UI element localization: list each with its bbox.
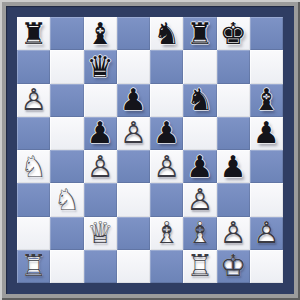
square-b7[interactable] [50,50,83,83]
square-d3[interactable] [117,183,150,216]
square-d7[interactable] [117,50,150,83]
piece-glyph: ♛ [84,50,117,83]
square-a4[interactable]: ♞♘ [17,150,50,183]
piece-glyph: ♝ [84,17,117,50]
square-g5[interactable] [217,117,250,150]
square-g4[interactable]: ♟ [217,150,250,183]
piece-glyph: ♟ [183,150,216,183]
square-d5[interactable]: ♟♙ [117,117,150,150]
square-b4[interactable] [50,150,83,183]
square-c4[interactable]: ♟♙ [84,150,117,183]
piece-glyph-outline: ♖ [183,250,216,283]
square-e3[interactable] [150,183,183,216]
square-f7[interactable] [183,50,216,83]
piece-glyph: ♟ [117,84,150,117]
piece-glyph-outline: ♗ [183,217,216,250]
square-c1[interactable] [84,250,117,283]
piece-glyph-outline: ♙ [150,150,183,183]
piece-glyph-outline: ♙ [117,117,150,150]
square-a8[interactable]: ♜ [17,17,50,50]
piece-glyph-outline: ♔ [217,250,250,283]
square-e8[interactable]: ♞ [150,17,183,50]
square-h2[interactable]: ♟♙ [250,217,283,250]
piece-glyph-outline: ♙ [250,217,283,250]
piece-glyph: ♝ [250,84,283,117]
piece-glyph: ♟ [217,150,250,183]
square-a5[interactable] [17,117,50,150]
square-e6[interactable] [150,84,183,117]
square-f1[interactable]: ♜♖ [183,250,216,283]
piece-glyph: ♞ [183,84,216,117]
square-h8[interactable] [250,17,283,50]
square-h3[interactable] [250,183,283,216]
square-b6[interactable] [50,84,83,117]
piece-glyph: ♞ [150,17,183,50]
piece-glyph-outline: ♙ [183,183,216,216]
square-b8[interactable] [50,17,83,50]
square-f5[interactable] [183,117,216,150]
piece-glyph: ♚ [217,17,250,50]
square-f6[interactable]: ♞ [183,84,216,117]
square-e2[interactable]: ♝♗ [150,217,183,250]
square-c6[interactable] [84,84,117,117]
square-c8[interactable]: ♝ [84,17,117,50]
square-h6[interactable]: ♝ [250,84,283,117]
piece-glyph: ♜ [183,17,216,50]
square-e5[interactable]: ♟ [150,117,183,150]
square-f4[interactable]: ♟ [183,150,216,183]
square-e4[interactable]: ♟♙ [150,150,183,183]
square-h7[interactable] [250,50,283,83]
square-g7[interactable] [217,50,250,83]
piece-glyph-outline: ♙ [84,150,117,183]
square-c5[interactable]: ♟ [84,117,117,150]
square-a1[interactable]: ♜♖ [17,250,50,283]
square-g2[interactable]: ♟♙ [217,217,250,250]
piece-glyph: ♜ [17,17,50,50]
piece-glyph-outline: ♘ [17,150,50,183]
piece-glyph-outline: ♙ [217,217,250,250]
square-d2[interactable] [117,217,150,250]
square-g8[interactable]: ♚ [217,17,250,50]
square-d1[interactable] [117,250,150,283]
square-c3[interactable] [84,183,117,216]
square-f8[interactable]: ♜ [183,17,216,50]
piece-glyph-outline: ♕ [84,217,117,250]
board-inner-border: ♜♝♞♜♚♛♟♙♟♞♝♟♟♙♟♟♞♘♟♙♟♙♟♟♞♘♟♙♛♕♝♗♝♗♟♙♟♙♜♖… [6,6,294,294]
square-d4[interactable] [117,150,150,183]
square-b5[interactable] [50,117,83,150]
piece-glyph-outline: ♙ [17,84,50,117]
square-a7[interactable] [17,50,50,83]
square-b2[interactable] [50,217,83,250]
chess-board: ♜♝♞♜♚♛♟♙♟♞♝♟♟♙♟♟♞♘♟♙♟♙♟♟♞♘♟♙♛♕♝♗♝♗♟♙♟♙♜♖… [17,17,283,283]
square-e7[interactable] [150,50,183,83]
piece-glyph: ♟ [250,117,283,150]
square-b3[interactable]: ♞♘ [50,183,83,216]
square-h5[interactable]: ♟ [250,117,283,150]
square-c2[interactable]: ♛♕ [84,217,117,250]
square-g3[interactable] [217,183,250,216]
square-h1[interactable] [250,250,283,283]
square-f2[interactable]: ♝♗ [183,217,216,250]
square-a3[interactable] [17,183,50,216]
square-h4[interactable] [250,150,283,183]
square-c7[interactable]: ♛ [84,50,117,83]
square-d8[interactable] [117,17,150,50]
square-g1[interactable]: ♚♔ [217,250,250,283]
piece-glyph: ♟ [150,117,183,150]
piece-glyph-outline: ♖ [17,250,50,283]
square-b1[interactable] [50,250,83,283]
piece-glyph: ♟ [84,117,117,150]
square-f3[interactable]: ♟♙ [183,183,216,216]
square-g6[interactable] [217,84,250,117]
square-d6[interactable]: ♟ [117,84,150,117]
piece-glyph-outline: ♗ [150,217,183,250]
square-a2[interactable] [17,217,50,250]
square-e1[interactable] [150,250,183,283]
piece-glyph-outline: ♘ [50,183,83,216]
square-a6[interactable]: ♟♙ [17,84,50,117]
board-frame: ♜♝♞♜♚♛♟♙♟♞♝♟♟♙♟♟♞♘♟♙♟♙♟♟♞♘♟♙♛♕♝♗♝♗♟♙♟♙♜♖… [0,0,300,300]
